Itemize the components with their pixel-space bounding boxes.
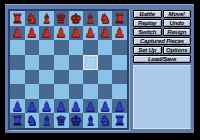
square-h4[interactable] (112, 70, 127, 85)
red-rook: ♜ (11, 12, 23, 25)
square-a7[interactable]: ♟ (10, 26, 25, 41)
blue-pawn: ♟ (70, 100, 82, 113)
square-f4[interactable] (83, 70, 98, 85)
options-button[interactable]: Options (163, 46, 192, 54)
square-h3[interactable] (112, 84, 127, 99)
square-g3[interactable] (98, 84, 113, 99)
square-d4[interactable] (54, 70, 69, 85)
square-f5[interactable] (83, 55, 98, 70)
blue-bishop: ♝ (41, 114, 53, 127)
square-f2[interactable]: ♟ (83, 99, 98, 114)
square-d6[interactable] (54, 40, 69, 55)
square-b8[interactable]: ♞ (25, 11, 40, 26)
square-d2[interactable]: ♟ (54, 99, 69, 114)
square-g1[interactable]: ♞ (98, 113, 113, 128)
red-pawn: ♟ (55, 26, 67, 39)
square-c4[interactable] (39, 70, 54, 85)
square-e8[interactable]: ♚ (69, 11, 84, 26)
square-c2[interactable]: ♟ (39, 99, 54, 114)
square-b6[interactable] (25, 40, 40, 55)
move-button[interactable]: Move! (163, 10, 192, 18)
battle-button[interactable]: Battle (133, 10, 162, 18)
square-g4[interactable] (98, 70, 113, 85)
board-frame: ♜♞♝♛♚♝♞♜♟♟♟♟♟♟♟♟♟♟♟♟♟♟♟♟♜♞♝♛♚♝♞♜ (8, 9, 129, 130)
square-b2[interactable]: ♟ (25, 99, 40, 114)
square-b4[interactable] (25, 70, 40, 85)
chess-board: ♜♞♝♛♚♝♞♜♟♟♟♟♟♟♟♟♟♟♟♟♟♟♟♟♜♞♝♛♚♝♞♜ (10, 11, 127, 128)
switch-button[interactable]: Switch (133, 28, 162, 36)
square-e5[interactable] (69, 55, 84, 70)
square-a4[interactable] (10, 70, 25, 85)
blue-bishop: ♝ (85, 114, 97, 127)
red-pawn: ♟ (11, 26, 23, 39)
square-a6[interactable] (10, 40, 25, 55)
blue-pawn: ♟ (26, 100, 38, 113)
blue-knight: ♞ (99, 114, 111, 127)
square-c3[interactable] (39, 84, 54, 99)
captured-pieces-button[interactable]: Captured Pieces (133, 37, 191, 45)
red-pawn: ♟ (70, 26, 82, 39)
square-a1[interactable]: ♜ (10, 113, 25, 128)
control-panel: Battle Move! Replay Undo Switch Resign C… (133, 10, 191, 63)
square-d7[interactable]: ♟ (54, 26, 69, 41)
square-d1[interactable]: ♛ (54, 113, 69, 128)
square-e1[interactable]: ♚ (69, 113, 84, 128)
captured-pieces-display (133, 65, 191, 129)
square-c1[interactable]: ♝ (39, 113, 54, 128)
square-e2[interactable]: ♟ (69, 99, 84, 114)
square-f7[interactable]: ♟ (83, 26, 98, 41)
red-pawn: ♟ (99, 26, 111, 39)
red-pawn: ♟ (85, 26, 97, 39)
square-e3[interactable] (69, 84, 84, 99)
red-bishop: ♝ (41, 12, 53, 25)
blue-pawn: ♟ (85, 100, 97, 113)
square-b5[interactable] (25, 55, 40, 70)
square-e4[interactable] (69, 70, 84, 85)
setup-button[interactable]: Set Up (133, 46, 162, 54)
red-knight: ♞ (26, 12, 38, 25)
square-d8[interactable]: ♛ (54, 11, 69, 26)
square-f8[interactable]: ♝ (83, 11, 98, 26)
red-king: ♚ (70, 12, 82, 25)
load-save-button[interactable]: Load/Save (133, 55, 191, 63)
blue-rook: ♜ (114, 114, 126, 127)
square-b3[interactable] (25, 84, 40, 99)
red-pawn: ♟ (114, 26, 126, 39)
red-pawn: ♟ (41, 26, 53, 39)
square-h6[interactable] (112, 40, 127, 55)
square-g6[interactable] (98, 40, 113, 55)
square-b1[interactable]: ♞ (25, 113, 40, 128)
square-g7[interactable]: ♟ (98, 26, 113, 41)
square-h8[interactable]: ♜ (112, 11, 127, 26)
square-c6[interactable] (39, 40, 54, 55)
square-e7[interactable]: ♟ (69, 26, 84, 41)
square-d3[interactable] (54, 84, 69, 99)
red-queen: ♛ (55, 12, 67, 25)
square-a8[interactable]: ♜ (10, 11, 25, 26)
red-pawn: ♟ (26, 26, 38, 39)
blue-king: ♚ (70, 114, 82, 127)
red-rook: ♜ (114, 12, 126, 25)
square-d5[interactable] (54, 55, 69, 70)
square-e6[interactable] (69, 40, 84, 55)
blue-pawn: ♟ (114, 100, 126, 113)
game-screen: ♜♞♝♛♚♝♞♜♟♟♟♟♟♟♟♟♟♟♟♟♟♟♟♟♜♞♝♛♚♝♞♜ Battle … (0, 0, 200, 140)
blue-knight: ♞ (26, 114, 38, 127)
square-h1[interactable]: ♜ (112, 113, 127, 128)
square-a3[interactable] (10, 84, 25, 99)
square-g2[interactable]: ♟ (98, 99, 113, 114)
square-g5[interactable] (98, 55, 113, 70)
square-a5[interactable] (10, 55, 25, 70)
red-bishop: ♝ (85, 12, 97, 25)
replay-button[interactable]: Replay (133, 19, 162, 27)
square-b7[interactable]: ♟ (25, 26, 40, 41)
blue-pawn: ♟ (99, 100, 111, 113)
resign-button[interactable]: Resign (163, 28, 192, 36)
square-g8[interactable]: ♞ (98, 11, 113, 26)
square-f3[interactable] (83, 84, 98, 99)
game-window: ♜♞♝♛♚♝♞♜♟♟♟♟♟♟♟♟♟♟♟♟♟♟♟♟♜♞♝♛♚♝♞♜ Battle … (5, 4, 194, 133)
undo-button[interactable]: Undo (163, 19, 192, 27)
blue-pawn: ♟ (11, 100, 23, 113)
square-h2[interactable]: ♟ (112, 99, 127, 114)
square-c5[interactable] (39, 55, 54, 70)
blue-queen: ♛ (55, 114, 67, 127)
blue-rook: ♜ (11, 114, 23, 127)
blue-pawn: ♟ (55, 100, 67, 113)
red-knight: ♞ (99, 12, 111, 25)
square-h7[interactable]: ♟ (112, 26, 127, 41)
square-h5[interactable] (112, 55, 127, 70)
square-c8[interactable]: ♝ (39, 11, 54, 26)
square-f6[interactable] (83, 40, 98, 55)
square-c7[interactable]: ♟ (39, 26, 54, 41)
square-f1[interactable]: ♝ (83, 113, 98, 128)
square-a2[interactable]: ♟ (10, 99, 25, 114)
blue-pawn: ♟ (41, 100, 53, 113)
